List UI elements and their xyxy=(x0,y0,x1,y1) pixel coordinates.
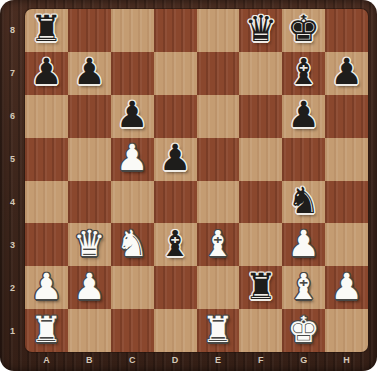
square-c8[interactable] xyxy=(111,9,154,52)
square-h6[interactable] xyxy=(325,95,368,138)
square-c4[interactable] xyxy=(111,181,154,224)
piece-white-pawn-c5[interactable]: ♟ xyxy=(116,140,148,176)
square-h3[interactable] xyxy=(325,223,368,266)
square-c6[interactable]: ♟ xyxy=(111,95,154,138)
piece-white-pawn-b2[interactable]: ♟ xyxy=(73,269,105,305)
piece-white-pawn-g3[interactable]: ♟ xyxy=(288,226,320,262)
square-e3[interactable]: ♝ xyxy=(197,223,240,266)
file-label-g: G xyxy=(282,352,325,371)
square-b6[interactable] xyxy=(68,95,111,138)
chessboard-frame: 87654321 ♜♛♚♟♟♝♟♟♟♟♟♞♛♞♝♝♟♟♟♜♝♟♜♜♚ ABCDE… xyxy=(0,0,377,371)
square-b5[interactable] xyxy=(68,138,111,181)
square-d5[interactable]: ♟ xyxy=(154,138,197,181)
square-h4[interactable] xyxy=(325,181,368,224)
square-b3[interactable]: ♛ xyxy=(68,223,111,266)
piece-black-rook-f2[interactable]: ♜ xyxy=(245,269,277,305)
piece-white-knight-c3[interactable]: ♞ xyxy=(116,226,148,262)
square-a7[interactable]: ♟ xyxy=(25,52,68,95)
piece-black-bishop-d3[interactable]: ♝ xyxy=(159,226,191,262)
square-b4[interactable] xyxy=(68,181,111,224)
square-g5[interactable] xyxy=(282,138,325,181)
file-label-e: E xyxy=(197,352,240,371)
square-a6[interactable] xyxy=(25,95,68,138)
piece-black-pawn-b7[interactable]: ♟ xyxy=(73,54,105,90)
square-d7[interactable] xyxy=(154,52,197,95)
square-a3[interactable] xyxy=(25,223,68,266)
square-f8[interactable]: ♛ xyxy=(239,9,282,52)
file-coordinates: ABCDEFGH xyxy=(25,352,368,371)
square-g6[interactable]: ♟ xyxy=(282,95,325,138)
square-a1[interactable]: ♜ xyxy=(25,309,68,352)
rank-label-8: 8 xyxy=(0,9,25,52)
square-b7[interactable]: ♟ xyxy=(68,52,111,95)
piece-black-knight-g4[interactable]: ♞ xyxy=(288,183,320,219)
file-label-a: A xyxy=(25,352,68,371)
square-a8[interactable]: ♜ xyxy=(25,9,68,52)
square-f1[interactable] xyxy=(239,309,282,352)
square-f4[interactable] xyxy=(239,181,282,224)
square-b2[interactable]: ♟ xyxy=(68,266,111,309)
square-d2[interactable] xyxy=(154,266,197,309)
square-c5[interactable]: ♟ xyxy=(111,138,154,181)
square-g4[interactable]: ♞ xyxy=(282,181,325,224)
square-c3[interactable]: ♞ xyxy=(111,223,154,266)
square-e2[interactable] xyxy=(197,266,240,309)
piece-black-pawn-g6[interactable]: ♟ xyxy=(288,97,320,133)
piece-black-rook-a8[interactable]: ♜ xyxy=(30,11,62,47)
rank-label-7: 7 xyxy=(0,52,25,95)
piece-white-pawn-a2[interactable]: ♟ xyxy=(30,269,62,305)
square-g3[interactable]: ♟ xyxy=(282,223,325,266)
piece-white-rook-e1[interactable]: ♜ xyxy=(202,312,234,348)
square-a5[interactable] xyxy=(25,138,68,181)
file-label-d: D xyxy=(154,352,197,371)
square-e7[interactable] xyxy=(197,52,240,95)
piece-black-queen-f8[interactable]: ♛ xyxy=(245,11,277,47)
square-d4[interactable] xyxy=(154,181,197,224)
piece-black-bishop-g7[interactable]: ♝ xyxy=(288,54,320,90)
square-d6[interactable] xyxy=(154,95,197,138)
square-c2[interactable] xyxy=(111,266,154,309)
square-g1[interactable]: ♚ xyxy=(282,309,325,352)
piece-white-rook-a1[interactable]: ♜ xyxy=(30,312,62,348)
square-d8[interactable] xyxy=(154,9,197,52)
square-f7[interactable] xyxy=(239,52,282,95)
square-h1[interactable] xyxy=(325,309,368,352)
square-c1[interactable] xyxy=(111,309,154,352)
piece-white-queen-b3[interactable]: ♛ xyxy=(73,226,105,262)
piece-black-pawn-c6[interactable]: ♟ xyxy=(116,97,148,133)
square-g2[interactable]: ♝ xyxy=(282,266,325,309)
square-h8[interactable] xyxy=(325,9,368,52)
chessboard: ♜♛♚♟♟♝♟♟♟♟♟♞♛♞♝♝♟♟♟♜♝♟♜♜♚ xyxy=(25,9,368,352)
piece-white-king-g1[interactable]: ♚ xyxy=(288,312,320,348)
file-label-b: B xyxy=(68,352,111,371)
square-a4[interactable] xyxy=(25,181,68,224)
piece-black-pawn-h7[interactable]: ♟ xyxy=(330,54,362,90)
rank-label-6: 6 xyxy=(0,95,25,138)
square-e6[interactable] xyxy=(197,95,240,138)
piece-black-pawn-a7[interactable]: ♟ xyxy=(30,54,62,90)
piece-black-pawn-d5[interactable]: ♟ xyxy=(159,140,191,176)
file-label-h: H xyxy=(325,352,368,371)
square-e1[interactable]: ♜ xyxy=(197,309,240,352)
square-f5[interactable] xyxy=(239,138,282,181)
square-a2[interactable]: ♟ xyxy=(25,266,68,309)
square-c7[interactable] xyxy=(111,52,154,95)
square-g8[interactable]: ♚ xyxy=(282,9,325,52)
square-h5[interactable] xyxy=(325,138,368,181)
square-b1[interactable] xyxy=(68,309,111,352)
rank-label-2: 2 xyxy=(0,266,25,309)
square-d1[interactable] xyxy=(154,309,197,352)
square-d3[interactable]: ♝ xyxy=(154,223,197,266)
rank-coordinates: 87654321 xyxy=(0,9,25,352)
piece-white-bishop-e3[interactable]: ♝ xyxy=(202,226,234,262)
rank-label-4: 4 xyxy=(0,181,25,224)
rank-label-5: 5 xyxy=(0,138,25,181)
square-e4[interactable] xyxy=(197,181,240,224)
square-g7[interactable]: ♝ xyxy=(282,52,325,95)
rank-label-3: 3 xyxy=(0,223,25,266)
square-b8[interactable] xyxy=(68,9,111,52)
file-label-f: F xyxy=(239,352,282,371)
square-f6[interactable] xyxy=(239,95,282,138)
piece-black-king-g8[interactable]: ♚ xyxy=(288,11,320,47)
square-f2[interactable]: ♜ xyxy=(239,266,282,309)
square-e8[interactable] xyxy=(197,9,240,52)
square-f3[interactable] xyxy=(239,223,282,266)
file-label-c: C xyxy=(111,352,154,371)
piece-white-pawn-h2[interactable]: ♟ xyxy=(330,269,362,305)
square-h2[interactable]: ♟ xyxy=(325,266,368,309)
square-h7[interactable]: ♟ xyxy=(325,52,368,95)
piece-white-bishop-g2[interactable]: ♝ xyxy=(288,269,320,305)
rank-label-1: 1 xyxy=(0,309,25,352)
square-e5[interactable] xyxy=(197,138,240,181)
